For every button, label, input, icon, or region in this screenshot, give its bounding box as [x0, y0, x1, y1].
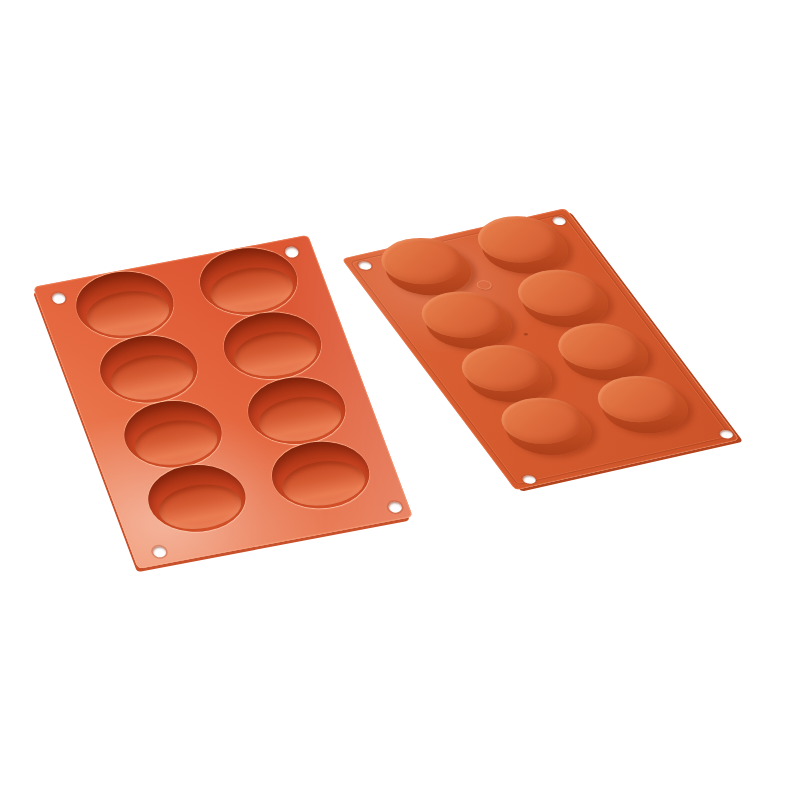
- mould-cavity-floor: [252, 391, 348, 447]
- mould-cavity: [213, 305, 331, 387]
- mould-cavity-floor: [152, 479, 248, 535]
- corner-hole: [50, 292, 67, 305]
- mould-cavity: [138, 457, 256, 539]
- mould-cavity-floor: [227, 326, 323, 382]
- mould-cavity-floor: [276, 455, 372, 511]
- mould-cavity: [114, 393, 232, 475]
- mould-cavity-floor: [128, 414, 224, 470]
- corner-hole: [387, 501, 404, 514]
- silicone-mould-dome-side: [342, 208, 740, 490]
- mould-cavity: [262, 434, 380, 516]
- corner-hole: [283, 245, 300, 258]
- silicone-mould-cavity-side: [33, 235, 413, 569]
- mould-cavity-floor: [80, 285, 176, 341]
- mould-cavity: [90, 328, 208, 410]
- product-photo: [0, 0, 800, 800]
- mould-cavity-floor: [204, 262, 300, 318]
- mould-cavity-floor: [104, 349, 200, 405]
- corner-hole: [151, 545, 168, 558]
- mould-cavity: [66, 264, 184, 346]
- mould-cavity: [238, 370, 356, 452]
